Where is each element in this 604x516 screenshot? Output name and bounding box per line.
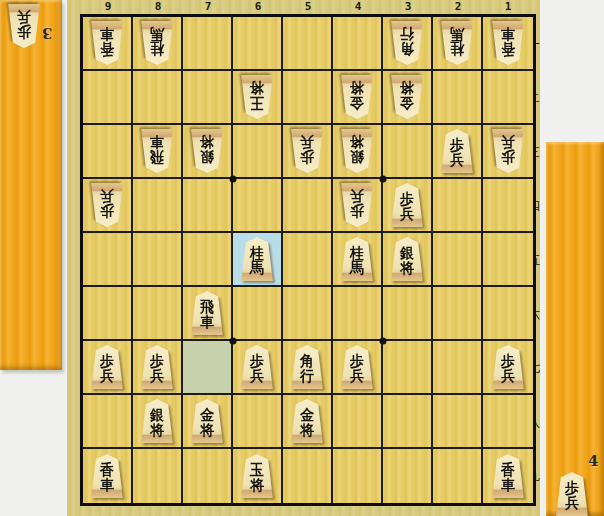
square-21[interactable]: 桂馬 bbox=[433, 17, 483, 71]
square-73[interactable]: 銀将 bbox=[183, 125, 233, 179]
sente-hand-tray: 歩 兵 4 bbox=[546, 142, 604, 516]
piece-gote-knight[interactable]: 桂馬 bbox=[439, 21, 475, 65]
piece-gote-gold[interactable]: 金将 bbox=[389, 75, 425, 119]
square-59[interactable] bbox=[283, 449, 333, 503]
piece-sente-lance[interactable]: 香車 bbox=[89, 454, 125, 498]
piece-gote-silver[interactable]: 銀将 bbox=[339, 129, 375, 173]
square-88[interactable]: 銀将 bbox=[133, 395, 183, 449]
square-78[interactable]: 金将 bbox=[183, 395, 233, 449]
piece-sente-pawn[interactable]: 歩兵 bbox=[339, 345, 375, 389]
square-44[interactable]: 歩兵 bbox=[333, 179, 383, 233]
square-61[interactable] bbox=[233, 17, 283, 71]
square-85[interactable] bbox=[133, 233, 183, 287]
square-94[interactable]: 歩兵 bbox=[83, 179, 133, 233]
square-12[interactable] bbox=[483, 71, 533, 125]
square-35[interactable]: 銀将 bbox=[383, 233, 433, 287]
square-54[interactable] bbox=[283, 179, 333, 233]
square-56[interactable] bbox=[283, 287, 333, 341]
hoshi-dot bbox=[230, 176, 237, 183]
piece-face: 金将 bbox=[339, 75, 375, 119]
square-46[interactable] bbox=[333, 287, 383, 341]
piece-face: 桂馬 bbox=[439, 21, 475, 65]
square-18[interactable] bbox=[483, 395, 533, 449]
piece-face: 桂馬 bbox=[239, 237, 275, 281]
file-label-5: 5 bbox=[283, 0, 333, 14]
square-99[interactable]: 香車 bbox=[83, 449, 133, 503]
square-95[interactable] bbox=[83, 233, 133, 287]
piece-gote-silver[interactable]: 銀将 bbox=[189, 129, 225, 173]
piece-sente-knight[interactable]: 桂馬 bbox=[239, 237, 275, 281]
square-76[interactable]: 飛車 bbox=[183, 287, 233, 341]
piece-face: 香車 bbox=[490, 21, 526, 65]
square-77[interactable] bbox=[183, 341, 233, 395]
square-58[interactable]: 金将 bbox=[283, 395, 333, 449]
hoshi-dot bbox=[380, 338, 387, 345]
piece-kanji-top: 歩 bbox=[17, 24, 31, 40]
square-32[interactable]: 金将 bbox=[383, 71, 433, 125]
piece-sente-pawn[interactable]: 歩兵 bbox=[89, 345, 125, 389]
file-label-4: 4 bbox=[333, 0, 383, 14]
shogi-board: 香車桂馬角行桂馬香車王将金将金将飛車銀将歩兵銀将歩兵歩兵歩兵歩兵歩兵桂馬桂馬銀将… bbox=[80, 14, 536, 506]
piece-sente-silver[interactable]: 銀将 bbox=[389, 237, 425, 281]
hoshi-dot bbox=[230, 338, 237, 345]
square-25[interactable] bbox=[433, 233, 483, 287]
square-81[interactable]: 桂馬 bbox=[133, 17, 183, 71]
piece-face: 歩兵 bbox=[89, 183, 125, 227]
gote-hand-pawn-count: 3 bbox=[42, 24, 52, 42]
piece-sente-king[interactable]: 玉将 bbox=[239, 454, 275, 498]
square-67[interactable]: 歩兵 bbox=[233, 341, 283, 395]
piece-sente-lance[interactable]: 香車 bbox=[490, 454, 526, 498]
square-63[interactable] bbox=[233, 125, 283, 179]
square-41[interactable] bbox=[333, 17, 383, 71]
hoshi-dot bbox=[380, 176, 387, 183]
square-49[interactable] bbox=[333, 449, 383, 503]
piece-gote-king[interactable]: 王将 bbox=[239, 75, 275, 119]
piece-sente-knight[interactable]: 桂馬 bbox=[339, 237, 375, 281]
piece-sente-pawn[interactable]: 歩兵 bbox=[389, 183, 425, 227]
square-87[interactable]: 歩兵 bbox=[133, 341, 183, 395]
sente-hand-pawn-count: 4 bbox=[588, 452, 598, 470]
square-92[interactable] bbox=[83, 71, 133, 125]
piece-face: 角行 bbox=[389, 21, 425, 65]
square-48[interactable] bbox=[333, 395, 383, 449]
piece-sente-pawn[interactable]: 歩兵 bbox=[239, 345, 275, 389]
file-label-1: 1 bbox=[483, 0, 533, 14]
square-84[interactable] bbox=[133, 179, 183, 233]
piece-kanji-bottom: 兵 bbox=[565, 496, 579, 512]
shogi-app: 歩 兵 3 歩 兵 4 987654321 一二三四五六七八九 香車桂馬角行桂馬… bbox=[0, 0, 604, 516]
square-34[interactable]: 歩兵 bbox=[383, 179, 433, 233]
piece-face: 歩兵 bbox=[89, 345, 125, 389]
square-17[interactable]: 歩兵 bbox=[483, 341, 533, 395]
piece-face: 歩兵 bbox=[339, 345, 375, 389]
piece-face: 香車 bbox=[89, 21, 125, 65]
square-69[interactable]: 玉将 bbox=[233, 449, 283, 503]
piece-face: 金将 bbox=[189, 399, 225, 443]
piece-face: 飛車 bbox=[189, 291, 225, 335]
square-66[interactable] bbox=[233, 287, 283, 341]
square-33[interactable] bbox=[383, 125, 433, 179]
file-label-3: 3 bbox=[383, 0, 433, 14]
square-82[interactable] bbox=[133, 71, 183, 125]
square-24[interactable] bbox=[433, 179, 483, 233]
piece-gote-pawn[interactable]: 歩兵 bbox=[89, 183, 125, 227]
piece-kanji-bottom: 兵 bbox=[17, 9, 31, 25]
sente-hand-pawn[interactable]: 歩 兵 bbox=[554, 472, 590, 516]
square-31[interactable]: 角行 bbox=[383, 17, 433, 71]
file-label-7: 7 bbox=[183, 0, 233, 14]
square-83[interactable]: 飛車 bbox=[133, 125, 183, 179]
square-29[interactable] bbox=[433, 449, 483, 503]
square-26[interactable] bbox=[433, 287, 483, 341]
piece-face: 銀将 bbox=[389, 237, 425, 281]
square-57[interactable]: 角行 bbox=[283, 341, 333, 395]
piece-face: 歩兵 bbox=[339, 183, 375, 227]
file-label-6: 6 bbox=[233, 0, 283, 14]
square-47[interactable]: 歩兵 bbox=[333, 341, 383, 395]
square-93[interactable] bbox=[83, 125, 133, 179]
piece-face: 桂馬 bbox=[339, 237, 375, 281]
square-16[interactable] bbox=[483, 287, 533, 341]
square-98[interactable] bbox=[83, 395, 133, 449]
file-label-8: 8 bbox=[133, 0, 183, 14]
piece-face: 香車 bbox=[490, 454, 526, 498]
piece-face: 金将 bbox=[389, 75, 425, 119]
piece-gote-bishop[interactable]: 角行 bbox=[389, 21, 425, 65]
square-74[interactable] bbox=[183, 179, 233, 233]
piece-face: 桂馬 bbox=[139, 21, 175, 65]
square-45[interactable]: 桂馬 bbox=[333, 233, 383, 287]
piece-face: 歩兵 bbox=[239, 345, 275, 389]
square-19[interactable]: 香車 bbox=[483, 449, 533, 503]
square-55[interactable] bbox=[283, 233, 333, 287]
gote-hand-pawn[interactable]: 歩 兵 bbox=[6, 4, 42, 48]
square-97[interactable]: 歩兵 bbox=[83, 341, 133, 395]
square-62[interactable]: 王将 bbox=[233, 71, 283, 125]
square-91[interactable]: 香車 bbox=[83, 17, 133, 71]
piece-sente-pawn[interactable]: 歩兵 bbox=[490, 345, 526, 389]
piece-gote-knight[interactable]: 桂馬 bbox=[139, 21, 175, 65]
square-52[interactable] bbox=[283, 71, 333, 125]
piece-gote-gold[interactable]: 金将 bbox=[339, 75, 375, 119]
piece-sente-silver[interactable]: 銀将 bbox=[139, 399, 175, 443]
square-38[interactable] bbox=[383, 395, 433, 449]
square-14[interactable] bbox=[483, 179, 533, 233]
square-53[interactable]: 歩兵 bbox=[283, 125, 333, 179]
square-15[interactable] bbox=[483, 233, 533, 287]
square-86[interactable] bbox=[133, 287, 183, 341]
square-96[interactable] bbox=[83, 287, 133, 341]
piece-face: 歩兵 bbox=[139, 345, 175, 389]
square-27[interactable] bbox=[433, 341, 483, 395]
piece-face: 角行 bbox=[289, 345, 325, 389]
piece-face: 香車 bbox=[89, 454, 125, 498]
square-51[interactable] bbox=[283, 17, 333, 71]
piece-sente-gold[interactable]: 金将 bbox=[289, 399, 325, 443]
square-72[interactable] bbox=[183, 71, 233, 125]
piece-face: 王将 bbox=[239, 75, 275, 119]
piece-face: 飛車 bbox=[139, 129, 175, 173]
square-11[interactable]: 香車 bbox=[483, 17, 533, 71]
piece-sente-pawn[interactable]: 歩兵 bbox=[439, 129, 475, 173]
gote-hand-tray: 歩 兵 3 bbox=[0, 0, 62, 370]
piece-face: 歩兵 bbox=[490, 129, 526, 173]
piece-face: 歩兵 bbox=[389, 183, 425, 227]
piece-face: 金将 bbox=[289, 399, 325, 443]
file-label-2: 2 bbox=[433, 0, 483, 14]
piece-sente-pawn[interactable]: 歩兵 bbox=[139, 345, 175, 389]
square-68[interactable] bbox=[233, 395, 283, 449]
piece-sente-gold[interactable]: 金将 bbox=[189, 399, 225, 443]
piece-gote-lance[interactable]: 香車 bbox=[89, 21, 125, 65]
square-79[interactable] bbox=[183, 449, 233, 503]
square-64[interactable] bbox=[233, 179, 283, 233]
piece-gote-pawn[interactable]: 歩兵 bbox=[339, 183, 375, 227]
piece-face: 歩兵 bbox=[289, 129, 325, 173]
square-65[interactable]: 桂馬 bbox=[233, 233, 283, 287]
square-71[interactable] bbox=[183, 17, 233, 71]
square-28[interactable] bbox=[433, 395, 483, 449]
piece-gote-pawn[interactable]: 歩兵 bbox=[490, 129, 526, 173]
piece-face: 玉将 bbox=[239, 454, 275, 498]
square-43[interactable]: 銀将 bbox=[333, 125, 383, 179]
square-23[interactable]: 歩兵 bbox=[433, 125, 483, 179]
square-37[interactable] bbox=[383, 341, 433, 395]
piece-gote-rook[interactable]: 飛車 bbox=[139, 129, 175, 173]
square-89[interactable] bbox=[133, 449, 183, 503]
file-labels: 987654321 bbox=[83, 0, 533, 14]
piece-sente-rook[interactable]: 飛車 bbox=[189, 291, 225, 335]
piece-gote-lance[interactable]: 香車 bbox=[490, 21, 526, 65]
piece-gote-pawn[interactable]: 歩兵 bbox=[289, 129, 325, 173]
piece-face: 銀将 bbox=[189, 129, 225, 173]
square-36[interactable] bbox=[383, 287, 433, 341]
square-42[interactable]: 金将 bbox=[333, 71, 383, 125]
square-22[interactable] bbox=[433, 71, 483, 125]
square-75[interactable] bbox=[183, 233, 233, 287]
piece-face: 銀将 bbox=[139, 399, 175, 443]
file-label-9: 9 bbox=[83, 0, 133, 14]
piece-face: 歩兵 bbox=[490, 345, 526, 389]
piece-sente-bishop[interactable]: 角行 bbox=[289, 345, 325, 389]
piece-face: 銀将 bbox=[339, 129, 375, 173]
piece-face: 歩兵 bbox=[439, 129, 475, 173]
square-39[interactable] bbox=[383, 449, 433, 503]
square-13[interactable]: 歩兵 bbox=[483, 125, 533, 179]
